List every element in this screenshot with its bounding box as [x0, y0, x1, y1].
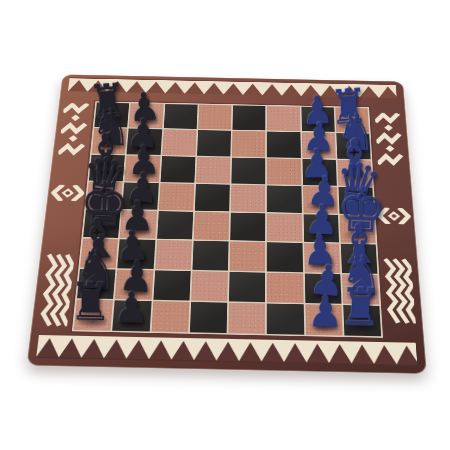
- triangle-band-bottom: [36, 335, 417, 366]
- chess-board: ♜♟♟♜♞♟♟♞♝♟♟♝♛♟♟♛♚♟♟♚♝♟♟♝♞♟♟♞♜♟♟♜: [27, 74, 427, 374]
- zigzag-motif-right: [383, 258, 416, 327]
- square[interactable]: ♟: [112, 300, 151, 331]
- square[interactable]: ♟: [305, 304, 343, 335]
- square[interactable]: [267, 106, 300, 131]
- square[interactable]: [158, 183, 194, 211]
- square[interactable]: [267, 242, 303, 271]
- square[interactable]: [229, 272, 265, 302]
- square[interactable]: [267, 213, 302, 241]
- square[interactable]: [267, 132, 301, 158]
- square[interactable]: [231, 157, 265, 184]
- square[interactable]: [232, 105, 265, 130]
- square[interactable]: [228, 303, 265, 334]
- square[interactable]: [267, 158, 301, 185]
- square[interactable]: [267, 185, 302, 213]
- square[interactable]: [157, 211, 193, 239]
- square[interactable]: [195, 184, 230, 212]
- board-grid: ♜♟♟♜♞♟♟♞♝♟♟♝♛♟♟♛♚♟♟♚♝♟♟♝♞♟♟♞♜♟♟♜: [72, 101, 383, 337]
- square[interactable]: [190, 302, 228, 333]
- square[interactable]: [160, 156, 195, 183]
- blue-rook[interactable]: ♜: [339, 281, 384, 334]
- square[interactable]: ♜: [343, 305, 381, 336]
- square[interactable]: [162, 129, 197, 155]
- photo-canvas: ♜♟♟♜♞♟♟♞♝♟♟♝♛♟♟♛♚♟♟♚♝♟♟♝♞♟♟♞♜♟♟♜: [0, 0, 450, 450]
- square[interactable]: [230, 213, 265, 241]
- square[interactable]: [196, 157, 231, 184]
- square[interactable]: [267, 272, 303, 302]
- square[interactable]: [155, 240, 192, 269]
- square[interactable]: [267, 303, 304, 334]
- square[interactable]: ♜: [74, 299, 113, 330]
- square[interactable]: [231, 185, 266, 213]
- black-pawn[interactable]: ♟: [113, 286, 149, 329]
- square[interactable]: [191, 271, 228, 301]
- square[interactable]: [151, 301, 189, 332]
- square[interactable]: [230, 242, 266, 271]
- square[interactable]: [153, 270, 191, 300]
- black-rook[interactable]: ♜: [68, 276, 111, 329]
- square[interactable]: [192, 241, 228, 270]
- square[interactable]: [232, 131, 266, 157]
- square[interactable]: [197, 130, 231, 156]
- square[interactable]: [163, 104, 197, 129]
- square[interactable]: [193, 212, 229, 240]
- square[interactable]: [198, 105, 232, 130]
